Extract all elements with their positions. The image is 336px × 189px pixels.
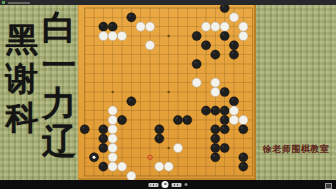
white-stone bbox=[211, 22, 220, 31]
white-stone bbox=[173, 143, 182, 152]
black-stone bbox=[220, 87, 229, 96]
white-stone bbox=[229, 115, 238, 124]
layout-icon[interactable] bbox=[325, 183, 332, 189]
white-stone bbox=[201, 22, 210, 31]
black-stone bbox=[220, 5, 229, 13]
play-button-icon[interactable] bbox=[162, 181, 169, 188]
black-stone bbox=[192, 31, 201, 40]
char-xie: 谢 bbox=[2, 62, 42, 101]
black-stone bbox=[108, 22, 117, 31]
black-stone bbox=[229, 97, 238, 106]
black-stone bbox=[229, 50, 238, 59]
black-stone bbox=[229, 41, 238, 50]
white-stone bbox=[136, 22, 145, 31]
black-stone bbox=[239, 125, 248, 134]
black-stone bbox=[99, 143, 108, 152]
white-stone bbox=[229, 13, 238, 22]
white-stone bbox=[108, 153, 117, 162]
black-stone bbox=[201, 41, 210, 50]
black-stone bbox=[201, 106, 210, 115]
black-stone bbox=[99, 22, 108, 31]
go-board-grid bbox=[78, 5, 256, 180]
black-stone bbox=[155, 125, 164, 134]
black-stone bbox=[155, 134, 164, 143]
white-stone bbox=[155, 162, 164, 171]
black-stone bbox=[183, 115, 192, 124]
white-stone bbox=[99, 31, 108, 40]
black-stone bbox=[211, 106, 220, 115]
white-stone bbox=[108, 162, 117, 171]
white-stone bbox=[211, 87, 220, 96]
black-stone bbox=[127, 13, 136, 22]
white-stone bbox=[220, 22, 229, 31]
white-stone bbox=[117, 31, 126, 40]
char-black: 黑 bbox=[2, 23, 42, 62]
settings-dot-icon[interactable] bbox=[185, 183, 188, 186]
black-stone bbox=[220, 143, 229, 152]
black-stone bbox=[99, 162, 108, 171]
playback-bar bbox=[0, 180, 336, 189]
next-control-icon[interactable] bbox=[172, 183, 182, 187]
black-stone bbox=[220, 31, 229, 40]
black-player-label: 黑 谢 科 bbox=[2, 23, 42, 140]
black-stone bbox=[173, 115, 182, 124]
black-stone bbox=[239, 162, 248, 171]
white-stone bbox=[108, 143, 117, 152]
white-stone bbox=[164, 162, 173, 171]
black-stone bbox=[127, 97, 136, 106]
char-li: 力 bbox=[41, 85, 77, 123]
white-stone bbox=[108, 115, 117, 124]
playback-controls bbox=[149, 181, 188, 188]
black-stone bbox=[239, 153, 248, 162]
classroom-caption: 徐老师围棋教室 bbox=[257, 143, 335, 156]
black-stone bbox=[117, 115, 126, 124]
char-white: 白 bbox=[41, 9, 77, 47]
black-stone bbox=[220, 125, 229, 134]
white-stone bbox=[145, 22, 154, 31]
black-stone bbox=[211, 125, 220, 134]
window-title bbox=[8, 2, 30, 4]
char-yi: 一 bbox=[41, 47, 77, 85]
black-stone bbox=[220, 115, 229, 124]
black-stone bbox=[211, 153, 220, 162]
prev-control-icon[interactable] bbox=[149, 183, 159, 187]
white-stone bbox=[108, 106, 117, 115]
black-stone bbox=[99, 125, 108, 134]
black-stone bbox=[80, 125, 89, 134]
white-stone bbox=[211, 78, 220, 87]
left-player-panel: 黑 谢 科 白 一 力 辽 bbox=[0, 5, 78, 180]
white-stone bbox=[117, 162, 126, 171]
black-stone bbox=[211, 143, 220, 152]
white-stone bbox=[229, 106, 238, 115]
white-stone bbox=[108, 125, 117, 134]
white-stone bbox=[127, 171, 136, 180]
white-stone bbox=[108, 134, 117, 143]
white-stone bbox=[108, 31, 117, 40]
black-stone bbox=[211, 134, 220, 143]
black-stone bbox=[192, 59, 201, 68]
black-stone bbox=[211, 50, 220, 59]
white-stone bbox=[192, 78, 201, 87]
screenshot-root: 黑 谢 科 白 一 力 辽 徐老师围棋教室 bbox=[0, 0, 336, 189]
char-ke: 科 bbox=[2, 101, 42, 140]
black-stone bbox=[99, 134, 108, 143]
white-player-label: 白 一 力 辽 bbox=[41, 9, 77, 161]
white-stone bbox=[239, 22, 248, 31]
char-liao: 辽 bbox=[41, 123, 77, 161]
go-board[interactable] bbox=[78, 5, 256, 180]
black-stone bbox=[220, 106, 229, 115]
app-icon bbox=[2, 1, 5, 4]
white-stone bbox=[145, 41, 154, 50]
last-move-marker bbox=[93, 156, 96, 159]
white-stone bbox=[239, 31, 248, 40]
white-stone bbox=[239, 115, 248, 124]
